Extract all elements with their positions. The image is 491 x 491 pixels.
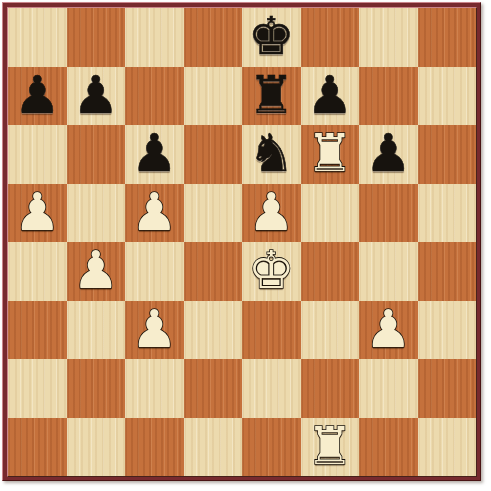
square-c3[interactable]: ♟ (125, 301, 184, 360)
square-b6[interactable] (67, 125, 126, 184)
square-d3[interactable] (184, 301, 243, 360)
square-h1[interactable] (418, 418, 477, 477)
square-f4[interactable] (301, 242, 360, 301)
page: ♚♟♟♜♟♟♞♜♟♟♟♟♟♚♟♟♜ (0, 0, 491, 491)
white-pawn-piece[interactable]: ♟ (248, 186, 295, 238)
square-f3[interactable] (301, 301, 360, 360)
square-a7[interactable]: ♟ (8, 67, 67, 126)
square-a3[interactable] (8, 301, 67, 360)
board: ♚♟♟♜♟♟♞♜♟♟♟♟♟♚♟♟♜ (7, 7, 477, 477)
square-e8[interactable]: ♚ (242, 8, 301, 67)
square-a6[interactable] (8, 125, 67, 184)
square-f8[interactable] (301, 8, 360, 67)
square-b3[interactable] (67, 301, 126, 360)
square-c7[interactable] (125, 67, 184, 126)
square-g3[interactable]: ♟ (359, 301, 418, 360)
square-e4[interactable]: ♚ (242, 242, 301, 301)
square-a8[interactable] (8, 8, 67, 67)
square-g7[interactable] (359, 67, 418, 126)
square-e6[interactable]: ♞ (242, 125, 301, 184)
white-pawn-piece[interactable]: ♟ (14, 186, 61, 238)
square-d6[interactable] (184, 125, 243, 184)
square-b2[interactable] (67, 359, 126, 418)
square-g6[interactable]: ♟ (359, 125, 418, 184)
black-pawn-piece[interactable]: ♟ (131, 127, 178, 179)
square-c2[interactable] (125, 359, 184, 418)
square-h3[interactable] (418, 301, 477, 360)
white-pawn-piece[interactable]: ♟ (365, 303, 412, 355)
square-g5[interactable] (359, 184, 418, 243)
square-e2[interactable] (242, 359, 301, 418)
square-d1[interactable] (184, 418, 243, 477)
square-e1[interactable] (242, 418, 301, 477)
white-pawn-piece[interactable]: ♟ (131, 303, 178, 355)
black-knight-piece[interactable]: ♞ (248, 127, 295, 179)
square-g4[interactable] (359, 242, 418, 301)
square-a4[interactable] (8, 242, 67, 301)
black-pawn-piece[interactable]: ♟ (365, 127, 412, 179)
square-e7[interactable]: ♜ (242, 67, 301, 126)
square-g1[interactable] (359, 418, 418, 477)
board-frame: ♚♟♟♜♟♟♞♜♟♟♟♟♟♚♟♟♜ (2, 2, 481, 481)
square-e3[interactable] (242, 301, 301, 360)
square-b5[interactable] (67, 184, 126, 243)
square-a1[interactable] (8, 418, 67, 477)
white-king-piece[interactable]: ♚ (248, 244, 295, 296)
square-d4[interactable] (184, 242, 243, 301)
white-rook-piece[interactable]: ♜ (306, 420, 353, 472)
black-pawn-piece[interactable]: ♟ (72, 69, 119, 121)
square-h5[interactable] (418, 184, 477, 243)
square-c1[interactable] (125, 418, 184, 477)
square-b7[interactable]: ♟ (67, 67, 126, 126)
square-a5[interactable]: ♟ (8, 184, 67, 243)
square-b1[interactable] (67, 418, 126, 477)
white-pawn-piece[interactable]: ♟ (131, 186, 178, 238)
square-e5[interactable]: ♟ (242, 184, 301, 243)
white-rook-piece[interactable]: ♜ (306, 127, 353, 179)
white-pawn-piece[interactable]: ♟ (72, 244, 119, 296)
square-g2[interactable] (359, 359, 418, 418)
square-f5[interactable] (301, 184, 360, 243)
square-f6[interactable]: ♜ (301, 125, 360, 184)
square-d5[interactable] (184, 184, 243, 243)
square-c5[interactable]: ♟ (125, 184, 184, 243)
square-h4[interactable] (418, 242, 477, 301)
square-b8[interactable] (67, 8, 126, 67)
square-c4[interactable] (125, 242, 184, 301)
black-pawn-piece[interactable]: ♟ (14, 69, 61, 121)
square-c6[interactable]: ♟ (125, 125, 184, 184)
black-king-piece[interactable]: ♚ (248, 10, 295, 62)
square-c8[interactable] (125, 8, 184, 67)
square-f7[interactable]: ♟ (301, 67, 360, 126)
square-a2[interactable] (8, 359, 67, 418)
square-f1[interactable]: ♜ (301, 418, 360, 477)
black-pawn-piece[interactable]: ♟ (306, 69, 353, 121)
square-h7[interactable] (418, 67, 477, 126)
square-d7[interactable] (184, 67, 243, 126)
black-rook-piece[interactable]: ♜ (248, 69, 295, 121)
square-h6[interactable] (418, 125, 477, 184)
square-d2[interactable] (184, 359, 243, 418)
square-h8[interactable] (418, 8, 477, 67)
square-f2[interactable] (301, 359, 360, 418)
square-b4[interactable]: ♟ (67, 242, 126, 301)
square-d8[interactable] (184, 8, 243, 67)
square-g8[interactable] (359, 8, 418, 67)
square-h2[interactable] (418, 359, 477, 418)
